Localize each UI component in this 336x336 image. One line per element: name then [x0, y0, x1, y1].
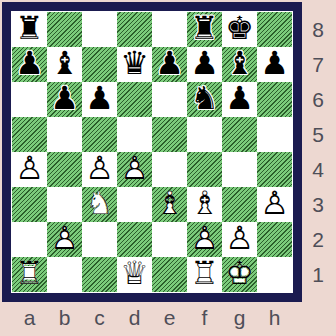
black-piece-glyph: ♟: [187, 46, 222, 81]
square-e1[interactable]: [152, 257, 187, 292]
square-a4[interactable]: ♟♙: [12, 152, 47, 187]
square-g1[interactable]: ♚♔: [222, 257, 257, 292]
square-a8[interactable]: ♜: [12, 12, 47, 47]
black-piece-glyph: ♛: [117, 46, 152, 81]
piece-white-knight[interactable]: ♞♘: [82, 187, 117, 222]
square-d3[interactable]: [117, 187, 152, 222]
file-label-f: f: [187, 303, 222, 333]
rank-label-3: 3: [303, 187, 333, 222]
white-piece-outline: ♗: [187, 186, 222, 221]
square-g6[interactable]: ♟: [222, 82, 257, 117]
rank-label-7: 7: [303, 47, 333, 82]
square-f7[interactable]: ♟: [187, 47, 222, 82]
piece-white-bishop[interactable]: ♝♗: [152, 187, 187, 222]
black-piece-glyph: ♝: [222, 46, 257, 81]
square-g2[interactable]: ♟♙: [222, 222, 257, 257]
white-piece-outline: ♙: [117, 151, 152, 186]
square-c8[interactable]: [82, 12, 117, 47]
square-h3[interactable]: ♟♙: [257, 187, 292, 222]
piece-white-king[interactable]: ♚♔: [222, 257, 257, 292]
piece-black-king[interactable]: ♚: [222, 12, 257, 47]
square-c6[interactable]: ♟: [82, 82, 117, 117]
black-piece-glyph: ♟: [47, 81, 82, 116]
piece-black-bishop[interactable]: ♝: [222, 47, 257, 82]
square-d6[interactable]: [117, 82, 152, 117]
square-e7[interactable]: ♟: [152, 47, 187, 82]
file-label-g: g: [222, 303, 257, 333]
rank-labels: 87654321: [303, 12, 333, 292]
square-f1[interactable]: ♜♖: [187, 257, 222, 292]
piece-black-pawn[interactable]: ♟: [47, 82, 82, 117]
file-label-a: a: [12, 303, 47, 333]
chess-board-frame: ♜♜♚♟♝♛♟♟♝♟♟♟♞♟♟♙♟♙♟♙♞♘♝♗♝♗♟♙♟♙♟♙♟♙♜♖♛♕♜♖…: [2, 2, 302, 302]
piece-white-pawn[interactable]: ♟♙: [82, 152, 117, 187]
rank-label-1: 1: [303, 257, 333, 292]
file-label-c: c: [82, 303, 117, 333]
square-a1[interactable]: ♜♖: [12, 257, 47, 292]
square-h4[interactable]: [257, 152, 292, 187]
square-a3[interactable]: [12, 187, 47, 222]
white-piece-outline: ♗: [152, 186, 187, 221]
square-f6[interactable]: ♞: [187, 82, 222, 117]
square-h7[interactable]: ♟: [257, 47, 292, 82]
piece-white-pawn[interactable]: ♟♙: [117, 152, 152, 187]
square-e8[interactable]: [152, 12, 187, 47]
piece-white-bishop[interactable]: ♝♗: [187, 187, 222, 222]
square-c4[interactable]: ♟♙: [82, 152, 117, 187]
square-e2[interactable]: [152, 222, 187, 257]
piece-white-pawn[interactable]: ♟♙: [222, 222, 257, 257]
piece-black-pawn[interactable]: ♟: [152, 47, 187, 82]
square-b1[interactable]: [47, 257, 82, 292]
square-c5[interactable]: [82, 117, 117, 152]
file-label-d: d: [117, 303, 152, 333]
square-g3[interactable]: [222, 187, 257, 222]
rank-label-4: 4: [303, 152, 333, 187]
rank-label-6: 6: [303, 82, 333, 117]
square-f4[interactable]: [187, 152, 222, 187]
white-piece-outline: ♖: [12, 256, 47, 291]
square-e5[interactable]: [152, 117, 187, 152]
square-h8[interactable]: [257, 12, 292, 47]
black-piece-glyph: ♝: [47, 46, 82, 81]
square-b3[interactable]: [47, 187, 82, 222]
square-a2[interactable]: [12, 222, 47, 257]
square-g5[interactable]: [222, 117, 257, 152]
piece-white-pawn[interactable]: ♟♙: [187, 222, 222, 257]
square-b4[interactable]: [47, 152, 82, 187]
square-h6[interactable]: [257, 82, 292, 117]
piece-black-queen[interactable]: ♛: [117, 47, 152, 82]
chess-board: ♜♜♚♟♝♛♟♟♝♟♟♟♞♟♟♙♟♙♟♙♞♘♝♗♝♗♟♙♟♙♟♙♟♙♜♖♛♕♜♖…: [12, 12, 292, 292]
piece-white-pawn[interactable]: ♟♙: [12, 152, 47, 187]
piece-black-pawn[interactable]: ♟: [257, 47, 292, 82]
white-piece-outline: ♘: [82, 186, 117, 221]
piece-black-rook[interactable]: ♜: [12, 12, 47, 47]
piece-white-pawn[interactable]: ♟♙: [47, 222, 82, 257]
white-piece-outline: ♕: [117, 256, 152, 291]
square-h1[interactable]: [257, 257, 292, 292]
white-piece-outline: ♖: [187, 256, 222, 291]
piece-white-rook[interactable]: ♜♖: [12, 257, 47, 292]
square-b8[interactable]: [47, 12, 82, 47]
piece-white-queen[interactable]: ♛♕: [117, 257, 152, 292]
black-piece-glyph: ♟: [152, 46, 187, 81]
square-c2[interactable]: [82, 222, 117, 257]
square-g7[interactable]: ♝: [222, 47, 257, 82]
file-label-h: h: [257, 303, 292, 333]
square-c3[interactable]: ♞♘: [82, 187, 117, 222]
white-piece-outline: ♔: [222, 256, 257, 291]
piece-white-pawn[interactable]: ♟♙: [257, 187, 292, 222]
piece-black-pawn[interactable]: ♟: [12, 47, 47, 82]
file-label-b: b: [47, 303, 82, 333]
black-piece-glyph: ♟: [12, 46, 47, 81]
square-e6[interactable]: [152, 82, 187, 117]
square-f2[interactable]: ♟♙: [187, 222, 222, 257]
square-a7[interactable]: ♟: [12, 47, 47, 82]
white-piece-outline: ♙: [187, 221, 222, 256]
rank-label-5: 5: [303, 117, 333, 152]
file-labels: abcdefgh: [12, 303, 292, 333]
black-piece-glyph: ♜: [187, 11, 222, 46]
square-d8[interactable]: [117, 12, 152, 47]
square-d1[interactable]: ♛♕: [117, 257, 152, 292]
square-g4[interactable]: [222, 152, 257, 187]
square-a6[interactable]: [12, 82, 47, 117]
white-piece-outline: ♙: [257, 186, 292, 221]
piece-black-pawn[interactable]: ♟: [222, 82, 257, 117]
square-d4[interactable]: ♟♙: [117, 152, 152, 187]
square-b6[interactable]: ♟: [47, 82, 82, 117]
black-piece-glyph: ♞: [187, 81, 222, 116]
black-piece-glyph: ♚: [222, 11, 257, 46]
piece-white-rook[interactable]: ♜♖: [187, 257, 222, 292]
rank-label-2: 2: [303, 222, 333, 257]
rank-label-8: 8: [303, 12, 333, 47]
black-piece-glyph: ♜: [12, 11, 47, 46]
black-piece-glyph: ♟: [82, 81, 117, 116]
square-b7[interactable]: ♝: [47, 47, 82, 82]
square-h5[interactable]: [257, 117, 292, 152]
square-c7[interactable]: [82, 47, 117, 82]
piece-black-knight[interactable]: ♞: [187, 82, 222, 117]
black-piece-glyph: ♟: [222, 81, 257, 116]
piece-black-pawn[interactable]: ♟: [82, 82, 117, 117]
square-e4[interactable]: [152, 152, 187, 187]
square-f3[interactable]: ♝♗: [187, 187, 222, 222]
piece-black-bishop[interactable]: ♝: [47, 47, 82, 82]
square-f5[interactable]: [187, 117, 222, 152]
square-c1[interactable]: [82, 257, 117, 292]
white-piece-outline: ♙: [82, 151, 117, 186]
piece-black-pawn[interactable]: ♟: [187, 47, 222, 82]
square-g8[interactable]: ♚: [222, 12, 257, 47]
white-piece-outline: ♙: [47, 221, 82, 256]
white-piece-outline: ♙: [222, 221, 257, 256]
square-b5[interactable]: [47, 117, 82, 152]
square-h2[interactable]: [257, 222, 292, 257]
square-d5[interactable]: [117, 117, 152, 152]
black-piece-glyph: ♟: [257, 46, 292, 81]
square-d2[interactable]: [117, 222, 152, 257]
square-e3[interactable]: ♝♗: [152, 187, 187, 222]
white-piece-outline: ♙: [12, 151, 47, 186]
square-d7[interactable]: ♛: [117, 47, 152, 82]
file-label-e: e: [152, 303, 187, 333]
piece-black-rook[interactable]: ♜: [187, 12, 222, 47]
square-a5[interactable]: [12, 117, 47, 152]
square-f8[interactable]: ♜: [187, 12, 222, 47]
square-b2[interactable]: ♟♙: [47, 222, 82, 257]
